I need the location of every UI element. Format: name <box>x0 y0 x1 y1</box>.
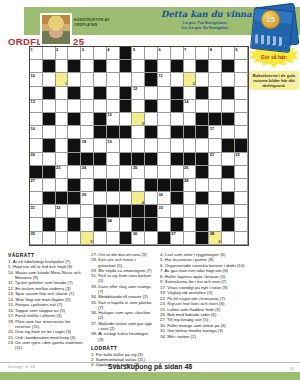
grid-cell[interactable] <box>145 232 158 245</box>
clue-item: 17. Visas ständigt på nytt i rutan (9) <box>160 285 298 290</box>
grid-cell[interactable] <box>222 205 235 218</box>
grid-cell[interactable] <box>132 73 145 86</box>
black-cell <box>145 179 158 192</box>
grid-cell[interactable] <box>209 192 222 205</box>
grid-cell[interactable] <box>43 232 56 245</box>
grid-cell[interactable] <box>81 205 94 218</box>
black-cell <box>196 126 209 139</box>
black-cell <box>43 60 56 73</box>
clue-number: 18 <box>82 139 86 144</box>
grid-cell[interactable] <box>145 87 158 100</box>
black-cell <box>222 60 235 73</box>
grid-cell[interactable] <box>68 73 81 86</box>
clue-item: 19. Väglag vid anstalten (3) <box>160 290 298 295</box>
grid-cell[interactable] <box>209 205 222 218</box>
grid-cell[interactable] <box>158 60 171 73</box>
grid-cell[interactable] <box>43 100 56 113</box>
grid-cell[interactable] <box>145 166 158 179</box>
competition-letter-index: 6 <box>218 240 220 244</box>
grid-cell[interactable]: 30 <box>158 192 171 205</box>
clue-item: 1. Är ett fabelaktigt kraftpaket (7) <box>8 259 84 264</box>
grid-cell[interactable] <box>56 87 69 100</box>
grid-cell[interactable] <box>68 205 81 218</box>
grid-cell[interactable] <box>235 205 248 218</box>
across-heading: VÅGRÄTT <box>8 252 84 258</box>
grid-cell[interactable]: 15 <box>107 113 120 126</box>
grid-cell[interactable] <box>94 192 107 205</box>
grid-cell[interactable] <box>30 192 43 205</box>
grid-cell[interactable] <box>107 192 120 205</box>
yellow-cell[interactable]: 1 <box>56 73 69 86</box>
clue-number: 22 <box>235 152 239 157</box>
grid-cell[interactable] <box>30 218 43 231</box>
grid-cell[interactable] <box>158 153 171 166</box>
grid-cell[interactable]: 5 <box>132 47 145 60</box>
grid-cell[interactable] <box>235 126 248 139</box>
grid-cell[interactable] <box>94 100 107 113</box>
grid-cell[interactable] <box>209 100 222 113</box>
grid-cell[interactable] <box>43 179 56 192</box>
grid-cell[interactable] <box>132 60 145 73</box>
grid-cell[interactable] <box>158 166 171 179</box>
black-cell <box>145 60 158 73</box>
grid-cell[interactable] <box>56 218 69 231</box>
clue-item: 29. Blir nöjda så småningom (7) <box>91 268 153 273</box>
black-cell <box>145 205 158 218</box>
clue-item: 1. För kalla källor på sig (9) <box>91 352 153 357</box>
grid-cell[interactable] <box>107 60 120 73</box>
clue-item: 25. Luften som fladdrar förbi (3) <box>160 307 298 312</box>
clue-item: 9. Svenskarna för i öst och väst (7) <box>160 279 298 284</box>
grid-cell[interactable] <box>196 100 209 113</box>
grid-cell[interactable] <box>94 166 107 179</box>
clue-item: 7. Av gås man inte talar högt om (6) <box>160 268 298 273</box>
grid-cell[interactable] <box>171 113 184 126</box>
grid-cell[interactable] <box>196 205 209 218</box>
howto-title: Gör så här: <box>261 54 288 60</box>
grid-cell[interactable] <box>209 166 222 179</box>
clue-number: 11 <box>158 73 162 78</box>
black-cell <box>43 166 56 179</box>
grid-cell[interactable]: 24 <box>81 166 94 179</box>
clue-number: 27 <box>31 178 35 183</box>
grid-cell[interactable] <box>43 47 56 60</box>
crossword-grid[interactable]: 1234567891011121213141531617181920212223… <box>29 46 249 246</box>
grid-cell[interactable] <box>43 73 56 86</box>
black-cell <box>68 87 81 100</box>
grid-cell[interactable]: 2 <box>56 47 69 60</box>
grid-cell[interactable] <box>43 153 56 166</box>
clue-item: 13. Spår såsom filar och skåror (7) <box>8 291 84 296</box>
grid-cell[interactable]: 28 <box>184 179 197 192</box>
clue-item: 26. Bok med bokade sidor (6) <box>160 312 298 317</box>
yellow-cell[interactable]: 3 <box>132 113 145 126</box>
grid-cell[interactable]: 12 <box>132 87 145 100</box>
ticket-number-badge: 25 <box>261 10 280 29</box>
grid-cell[interactable] <box>209 60 222 73</box>
competition-letter-index: 5 <box>90 240 92 244</box>
grid-cell[interactable]: 34 <box>107 218 120 231</box>
grid-cell[interactable] <box>235 166 248 179</box>
clue-item: 35. Kan vi kapitla in som planka (7) <box>91 300 153 310</box>
grid-cell[interactable]: 17 <box>209 126 222 139</box>
clue-number: 20 <box>31 152 35 157</box>
black-cell <box>158 179 171 192</box>
clue-number: 28 <box>184 178 188 183</box>
clue-number: 26 <box>184 165 188 170</box>
grid-cell[interactable] <box>81 126 94 139</box>
black-cell <box>209 113 222 126</box>
caption-line-1: KONSTRUKTÖR AV <box>74 18 109 23</box>
yellow-cell[interactable]: 4 <box>132 192 145 205</box>
black-cell <box>30 166 43 179</box>
black-cell <box>184 153 197 166</box>
grid-cell[interactable]: 32 <box>56 205 69 218</box>
grid-cell[interactable]: 4 <box>107 47 120 60</box>
grid-cell[interactable] <box>209 73 222 86</box>
grid-cell[interactable] <box>107 87 120 100</box>
grid-cell[interactable]: 35 <box>30 232 43 245</box>
black-cell <box>222 166 235 179</box>
black-cell <box>107 179 120 192</box>
grid-cell[interactable] <box>81 100 94 113</box>
grid-cell[interactable] <box>171 166 184 179</box>
grid-cell[interactable] <box>145 139 158 152</box>
black-cell <box>120 126 133 139</box>
grid-cell[interactable] <box>56 153 69 166</box>
clue-number: 13 <box>31 99 35 104</box>
yellow-cell[interactable]: 2 <box>184 73 197 86</box>
black-cell <box>132 153 145 166</box>
grid-cell[interactable] <box>222 100 235 113</box>
across-clues-part1: 1. Är ett fabelaktigt kraftpaket (7)5. H… <box>8 259 84 350</box>
grid-cell[interactable] <box>158 113 171 126</box>
black-cell <box>94 179 107 192</box>
grid-cell[interactable] <box>30 139 43 152</box>
grid-cell[interactable] <box>120 166 133 179</box>
clue-item: 5. Höjd när allt är frid och fröjd (9) <box>8 264 84 269</box>
grid-cell[interactable] <box>68 100 81 113</box>
grid-cell[interactable]: 16 <box>30 126 43 139</box>
grid-cell[interactable] <box>184 232 197 245</box>
black-cell <box>68 218 81 231</box>
grid-cell[interactable] <box>235 218 248 231</box>
grid-cell[interactable] <box>145 113 158 126</box>
grid-cell[interactable]: 3 <box>81 47 94 60</box>
grid-cell[interactable]: 33 <box>158 205 171 218</box>
grid-cell[interactable]: 31 <box>30 205 43 218</box>
grid-cell[interactable] <box>94 139 107 152</box>
clue-item: 11. Tyckte politiker som lovade (7) <box>8 280 84 285</box>
grid-cell[interactable] <box>222 73 235 86</box>
grid-cell[interactable] <box>81 113 94 126</box>
black-cell <box>43 87 56 100</box>
grid-cell[interactable]: 9 <box>235 47 248 60</box>
black-cell <box>196 113 209 126</box>
grid-cell[interactable] <box>68 166 81 179</box>
grid-cell[interactable]: 26 <box>184 166 197 179</box>
grid-cell[interactable] <box>56 113 69 126</box>
clue-item: 21. Ord i kombination med knep (3) <box>8 335 84 340</box>
grid-cell[interactable] <box>30 113 43 126</box>
grid-cell[interactable] <box>81 73 94 86</box>
grid-cell[interactable] <box>107 232 120 245</box>
grid-cell[interactable] <box>171 47 184 60</box>
grid-cell[interactable] <box>171 73 184 86</box>
grid-cell[interactable] <box>81 60 94 73</box>
clue-number: 33 <box>158 205 162 210</box>
black-cell <box>94 205 107 218</box>
black-cell <box>120 179 133 192</box>
grid-cell[interactable]: 36 <box>132 232 145 245</box>
clue-number: 35 <box>31 231 35 236</box>
grid-cell[interactable] <box>56 139 69 152</box>
clue-number: 31 <box>31 205 35 210</box>
clue-number: 36 <box>133 231 137 236</box>
clue-number: 4 <box>107 47 109 52</box>
grid-cell[interactable] <box>132 179 145 192</box>
grid-cell[interactable] <box>120 218 133 231</box>
clue-number: 10 <box>31 73 35 78</box>
grid-cell[interactable]: 37 <box>171 232 184 245</box>
photo-caption: KONSTRUKTÖR AV ORDFLÄTAN <box>74 18 109 27</box>
grid-cell[interactable] <box>209 179 222 192</box>
black-cell <box>196 192 209 205</box>
black-cell <box>171 218 184 231</box>
portrait-image <box>42 15 70 44</box>
grid-cell[interactable] <box>235 192 248 205</box>
grid-cell[interactable]: 7 <box>184 47 197 60</box>
grid-cell[interactable] <box>209 87 222 100</box>
grid-cell[interactable] <box>81 218 94 231</box>
clue-item: 33. Dans eller slag som svängs (7) <box>91 284 153 294</box>
clue-number: 37 <box>171 231 175 236</box>
grid-cell[interactable] <box>222 179 235 192</box>
clue-item: 34. Meddelande till notarie (2) <box>91 294 153 299</box>
grid-cell[interactable] <box>30 87 43 100</box>
grid-cell[interactable] <box>107 100 120 113</box>
grid-cell[interactable] <box>184 205 197 218</box>
grid-cell[interactable] <box>107 73 120 86</box>
grid-cell[interactable] <box>132 139 145 152</box>
grid-cell[interactable] <box>145 47 158 60</box>
grid-cell[interactable] <box>235 232 248 245</box>
black-cell <box>196 153 209 166</box>
grid-cell[interactable] <box>196 73 209 86</box>
clue-number: 5 <box>133 47 135 52</box>
grid-cell[interactable] <box>68 47 81 60</box>
clue-number: 16 <box>31 126 35 131</box>
grid-cell[interactable] <box>171 139 184 152</box>
grid-cell[interactable] <box>222 232 235 245</box>
competition-letter-index: 2 <box>193 82 195 86</box>
grid-cell[interactable] <box>56 179 69 192</box>
grid-cell[interactable] <box>132 126 145 139</box>
grid-cell[interactable]: 21 <box>209 153 222 166</box>
grid-cell[interactable]: 23 <box>56 166 69 179</box>
black-cell <box>171 60 184 73</box>
grid-cell[interactable] <box>68 232 81 245</box>
grid-cell[interactable]: 10 <box>30 73 43 86</box>
grid-cell[interactable] <box>184 87 197 100</box>
clue-item: 18. Plats som har reserverats för reserv… <box>8 319 84 329</box>
clue-item: 5. Har fascinerat i partier (8) <box>160 257 298 262</box>
ticket-scratch-area <box>255 34 286 46</box>
grid-cell[interactable] <box>158 139 171 152</box>
clue-item: 15. Fångas i polisens nät (7) <box>8 302 84 307</box>
black-cell <box>68 60 81 73</box>
clue-item: 17. Färsk tortilla i affären (3) <box>8 313 84 318</box>
black-cell <box>94 60 107 73</box>
clue-number: 29 <box>82 192 86 197</box>
clue-item: 30. Faller många som änkor på (3) <box>160 323 298 328</box>
black-cell <box>120 100 133 113</box>
black-cell <box>145 73 158 86</box>
black-cell <box>132 218 145 231</box>
black-cell <box>81 153 94 166</box>
black-cell <box>107 126 120 139</box>
grid-cell[interactable]: 27 <box>30 179 43 192</box>
clue-number: 8 <box>210 47 212 52</box>
grid-cell[interactable]: 20 <box>30 153 43 166</box>
grid-cell[interactable] <box>196 139 209 152</box>
grid-cell[interactable] <box>94 73 107 86</box>
clue-number: 19 <box>107 139 111 144</box>
clue-column-1: VÅGRÄTT 1. Är ett fabelaktigt kraftpaket… <box>8 252 84 368</box>
grid-cell[interactable] <box>81 87 94 100</box>
black-cell <box>68 139 81 152</box>
grid-cell[interactable] <box>222 153 235 166</box>
clue-number: 12 <box>133 86 137 91</box>
grid-cell[interactable] <box>94 47 107 60</box>
clue-item: 22. På fel vägar om i kretsarna (7) <box>160 296 298 301</box>
grid-cell[interactable] <box>107 153 120 166</box>
grid-cell[interactable] <box>222 126 235 139</box>
black-cell <box>68 113 81 126</box>
grid-cell[interactable]: 6 <box>158 47 171 60</box>
black-cell <box>196 218 209 231</box>
grid-cell[interactable] <box>68 126 81 139</box>
grid-cell[interactable] <box>222 47 235 60</box>
grid-cell[interactable] <box>184 60 197 73</box>
grid-cell[interactable] <box>235 87 248 100</box>
clue-number: 15 <box>107 112 111 117</box>
grid-cell[interactable]: 13 <box>30 100 43 113</box>
clue-number: 9 <box>235 47 237 52</box>
constructor-photo <box>40 13 72 46</box>
grid-cell[interactable] <box>107 166 120 179</box>
grid-cell[interactable]: 14 <box>184 100 197 113</box>
yellow-cell[interactable]: 5 <box>81 232 94 245</box>
grid-cell[interactable] <box>56 232 69 245</box>
grid-cell[interactable] <box>196 47 209 60</box>
competition-letter-index: 1 <box>65 82 67 86</box>
grid-cell[interactable]: 11 <box>158 73 171 86</box>
grid-cell[interactable] <box>209 139 222 152</box>
yellow-cell[interactable]: 386 <box>209 232 222 245</box>
grid-cell[interactable] <box>184 218 197 231</box>
clue-number: 30 <box>158 192 162 197</box>
grid-cell[interactable]: 29 <box>81 192 94 205</box>
grid-cell[interactable] <box>158 218 171 231</box>
grid-cell[interactable] <box>196 179 209 192</box>
black-cell <box>158 232 171 245</box>
clue-item: 12. Ett tecken mellan raderna (3) <box>8 286 84 291</box>
clue-number: 38 <box>210 231 214 236</box>
grid-cell[interactable] <box>158 100 171 113</box>
grid-cell[interactable] <box>209 218 222 231</box>
clue-item: 32. Gör länkar mindre kantiga (3) <box>160 328 298 333</box>
clue-number: 14 <box>184 99 188 104</box>
grid-cell[interactable]: 1 <box>30 47 43 60</box>
grid-cell[interactable] <box>120 139 133 152</box>
grid-cell[interactable] <box>120 192 133 205</box>
clues-section: VÅGRÄTT 1. Är ett fabelaktigt kraftpaket… <box>8 252 298 368</box>
grid-cell[interactable]: 19 <box>107 139 120 152</box>
black-cell <box>120 153 133 166</box>
grid-cell[interactable] <box>43 126 56 139</box>
black-cell <box>43 218 56 231</box>
grid-cell[interactable] <box>235 113 248 126</box>
black-cell <box>222 192 235 205</box>
grid-cell[interactable] <box>235 100 248 113</box>
grid-cell[interactable] <box>43 205 56 218</box>
grid-cell[interactable] <box>81 179 94 192</box>
grid-cell[interactable] <box>94 232 107 245</box>
grid-cell[interactable] <box>158 126 171 139</box>
clue-number: 17 <box>210 126 214 131</box>
clue-item: 16. Toppar som slappar av (5) <box>8 308 84 313</box>
clue-item: 23. De som ryms i den gamla stammen (11) <box>8 340 84 350</box>
clue-item: 27. Ont är det bra att vara (3) <box>91 252 153 257</box>
grid-cell[interactable] <box>171 205 184 218</box>
black-cell <box>145 100 158 113</box>
grid-cell[interactable] <box>158 87 171 100</box>
clue-item: 10. Masar som kände Mora-Nisse och Morae… <box>8 270 84 280</box>
black-cell <box>196 60 209 73</box>
answer-coupon-reference: Svarskupong på sidan 48 <box>0 363 300 370</box>
grid-cell[interactable] <box>30 60 43 73</box>
grid-cell[interactable]: 8 <box>209 47 222 60</box>
clue-column-3: 4. Lust som sitter i ryggmärgen (6)5. Ha… <box>160 252 298 368</box>
grid-cell[interactable]: 25 <box>132 166 145 179</box>
grid-cell[interactable] <box>235 179 248 192</box>
grid-cell[interactable] <box>184 192 197 205</box>
bottom-green-bar <box>0 372 300 380</box>
grid-cell[interactable] <box>145 192 158 205</box>
grid-cell[interactable] <box>235 60 248 73</box>
black-cell <box>94 113 107 126</box>
clue-number: 6 <box>158 47 160 52</box>
caption-line-2: ORDFLÄTAN <box>74 23 109 28</box>
grid-cell[interactable] <box>56 126 69 139</box>
grid-cell[interactable] <box>184 113 197 126</box>
black-cell <box>120 60 133 73</box>
grid-cell[interactable] <box>120 73 133 86</box>
grid-cell[interactable] <box>235 73 248 86</box>
grid-cell[interactable] <box>56 60 69 73</box>
clue-number: 25 <box>133 165 137 170</box>
grid-cell[interactable]: 22 <box>235 153 248 166</box>
grid-cell[interactable]: 18 <box>81 139 94 152</box>
grid-cell[interactable] <box>184 139 197 152</box>
clue-number: 2 <box>56 47 58 52</box>
lottery-tickets-image: 25 <box>251 3 299 51</box>
grid-cell[interactable] <box>120 113 133 126</box>
grid-cell[interactable] <box>132 100 145 113</box>
down-clues-part2: 4. Lust som sitter i ryggmärgen (6)5. Ha… <box>160 252 298 339</box>
grid-cell[interactable] <box>56 100 69 113</box>
